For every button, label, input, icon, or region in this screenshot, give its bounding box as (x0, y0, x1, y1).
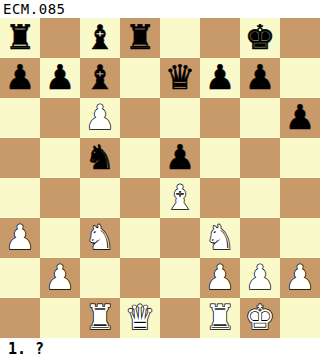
square-a4[interactable] (0, 178, 40, 218)
square-a3[interactable]: ♟ (0, 218, 40, 258)
square-c4[interactable] (80, 178, 120, 218)
square-h3[interactable] (280, 218, 320, 258)
square-d8[interactable]: ♜ (120, 18, 160, 58)
square-f7[interactable]: ♟ (200, 58, 240, 98)
white-pawn[interactable]: ♟ (285, 258, 315, 297)
square-c6[interactable]: ♟ (80, 98, 120, 138)
square-g4[interactable] (240, 178, 280, 218)
square-h5[interactable] (280, 138, 320, 178)
square-g8[interactable]: ♚ (240, 18, 280, 58)
square-g2[interactable]: ♟ (240, 258, 280, 298)
square-h8[interactable] (280, 18, 320, 58)
move-prompt: 1. ? (0, 338, 320, 360)
square-g6[interactable] (240, 98, 280, 138)
square-f4[interactable] (200, 178, 240, 218)
square-g7[interactable]: ♟ (240, 58, 280, 98)
white-bishop[interactable]: ♝ (165, 178, 195, 217)
white-rook[interactable]: ♜ (205, 298, 235, 337)
black-bishop[interactable]: ♝ (85, 18, 115, 57)
square-f1[interactable]: ♜ (200, 298, 240, 338)
square-b5[interactable] (40, 138, 80, 178)
square-b4[interactable] (40, 178, 80, 218)
square-b7[interactable]: ♟ (40, 58, 80, 98)
black-rook[interactable]: ♜ (5, 18, 35, 57)
chess-app-window: ECM.085 ♜♝♜♚♟♟♝♛♟♟♟♟♞♟♝♟♞♞♟♟♟♟♜♛♜♚ 1. ? (0, 0, 320, 360)
square-d7[interactable] (120, 58, 160, 98)
black-rook[interactable]: ♜ (125, 18, 155, 57)
square-f2[interactable]: ♟ (200, 258, 240, 298)
black-pawn[interactable]: ♟ (45, 58, 75, 97)
white-knight[interactable]: ♞ (85, 218, 115, 257)
white-pawn[interactable]: ♟ (85, 98, 115, 137)
white-pawn[interactable]: ♟ (5, 218, 35, 257)
square-d6[interactable] (120, 98, 160, 138)
square-e6[interactable] (160, 98, 200, 138)
square-c2[interactable] (80, 258, 120, 298)
square-h2[interactable]: ♟ (280, 258, 320, 298)
square-c7[interactable]: ♝ (80, 58, 120, 98)
square-a2[interactable] (0, 258, 40, 298)
square-a8[interactable]: ♜ (0, 18, 40, 58)
white-pawn[interactable]: ♟ (45, 258, 75, 297)
square-h6[interactable]: ♟ (280, 98, 320, 138)
black-pawn[interactable]: ♟ (245, 58, 275, 97)
square-d5[interactable] (120, 138, 160, 178)
square-c5[interactable]: ♞ (80, 138, 120, 178)
black-king[interactable]: ♚ (245, 18, 275, 57)
square-b2[interactable]: ♟ (40, 258, 80, 298)
square-a6[interactable] (0, 98, 40, 138)
square-e3[interactable] (160, 218, 200, 258)
square-e8[interactable] (160, 18, 200, 58)
square-a7[interactable]: ♟ (0, 58, 40, 98)
square-e7[interactable]: ♛ (160, 58, 200, 98)
black-pawn[interactable]: ♟ (205, 58, 235, 97)
square-e1[interactable] (160, 298, 200, 338)
square-b3[interactable] (40, 218, 80, 258)
chess-board: ♜♝♜♚♟♟♝♛♟♟♟♟♞♟♝♟♞♞♟♟♟♟♜♛♜♚ (0, 18, 320, 338)
square-d4[interactable] (120, 178, 160, 218)
black-pawn[interactable]: ♟ (5, 58, 35, 97)
square-e2[interactable] (160, 258, 200, 298)
square-h1[interactable] (280, 298, 320, 338)
square-f8[interactable] (200, 18, 240, 58)
square-b8[interactable] (40, 18, 80, 58)
square-d1[interactable]: ♛ (120, 298, 160, 338)
square-h4[interactable] (280, 178, 320, 218)
square-c8[interactable]: ♝ (80, 18, 120, 58)
square-a5[interactable] (0, 138, 40, 178)
square-h7[interactable] (280, 58, 320, 98)
white-king[interactable]: ♚ (245, 298, 275, 337)
square-d3[interactable] (120, 218, 160, 258)
square-f5[interactable] (200, 138, 240, 178)
square-f3[interactable]: ♞ (200, 218, 240, 258)
square-d2[interactable] (120, 258, 160, 298)
square-c3[interactable]: ♞ (80, 218, 120, 258)
square-g5[interactable] (240, 138, 280, 178)
black-queen[interactable]: ♛ (165, 58, 195, 97)
white-knight[interactable]: ♞ (205, 218, 235, 257)
square-g3[interactable] (240, 218, 280, 258)
square-c1[interactable]: ♜ (80, 298, 120, 338)
black-knight[interactable]: ♞ (85, 138, 115, 177)
square-b1[interactable] (40, 298, 80, 338)
white-pawn[interactable]: ♟ (205, 258, 235, 297)
black-pawn[interactable]: ♟ (165, 138, 195, 177)
white-rook[interactable]: ♜ (85, 298, 115, 337)
white-queen[interactable]: ♛ (125, 298, 155, 337)
square-g1[interactable]: ♚ (240, 298, 280, 338)
square-a1[interactable] (0, 298, 40, 338)
white-pawn[interactable]: ♟ (245, 258, 275, 297)
black-pawn[interactable]: ♟ (285, 98, 315, 137)
black-bishop[interactable]: ♝ (85, 58, 115, 97)
square-f6[interactable] (200, 98, 240, 138)
position-title: ECM.085 (0, 0, 320, 18)
square-b6[interactable] (40, 98, 80, 138)
square-e4[interactable]: ♝ (160, 178, 200, 218)
square-e5[interactable]: ♟ (160, 138, 200, 178)
